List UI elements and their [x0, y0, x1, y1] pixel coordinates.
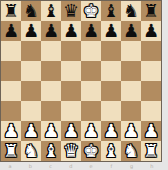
black-knight[interactable]: ♞ [23, 2, 39, 20]
square-g5[interactable] [121, 61, 141, 81]
chess-board-area: ♜♞♝♛♚♝♞♜♟♟♟♟♟♟♟♟♟♟♟♟♟♟♟♟♜♞♝♛♚♝♞♜ abcdefg… [0, 0, 162, 162]
square-c5[interactable] [41, 61, 61, 81]
square-d2[interactable]: ♟ [61, 121, 81, 141]
file-label-h: h [142, 162, 162, 170]
square-g3[interactable] [121, 101, 141, 121]
white-rook[interactable]: ♜ [143, 142, 159, 160]
black-pawn[interactable]: ♟ [23, 22, 39, 40]
square-e5[interactable] [81, 61, 101, 81]
black-pawn[interactable]: ♟ [3, 22, 19, 40]
white-pawn[interactable]: ♟ [3, 122, 19, 140]
square-f6[interactable] [101, 41, 121, 61]
square-d7[interactable]: ♟ [61, 21, 81, 41]
black-queen[interactable]: ♛ [63, 2, 79, 20]
square-g6[interactable] [121, 41, 141, 61]
square-h3[interactable] [141, 101, 161, 121]
black-bishop[interactable]: ♝ [103, 2, 119, 20]
square-a5[interactable] [1, 61, 21, 81]
black-pawn[interactable]: ♟ [103, 22, 119, 40]
square-c8[interactable]: ♝ [41, 1, 61, 21]
square-e8[interactable]: ♚ [81, 1, 101, 21]
square-e3[interactable] [81, 101, 101, 121]
file-label-f: f [101, 162, 121, 170]
square-a2[interactable]: ♟ [1, 121, 21, 141]
square-d4[interactable] [61, 81, 81, 101]
square-b7[interactable]: ♟ [21, 21, 41, 41]
square-c4[interactable] [41, 81, 61, 101]
square-a3[interactable] [1, 101, 21, 121]
square-f5[interactable] [101, 61, 121, 81]
square-b4[interactable] [21, 81, 41, 101]
white-pawn[interactable]: ♟ [123, 122, 139, 140]
square-b3[interactable] [21, 101, 41, 121]
square-e7[interactable]: ♟ [81, 21, 101, 41]
square-e2[interactable]: ♟ [81, 121, 101, 141]
square-a1[interactable]: ♜ [1, 141, 21, 161]
square-c1[interactable]: ♝ [41, 141, 61, 161]
square-f2[interactable]: ♟ [101, 121, 121, 141]
black-pawn[interactable]: ♟ [83, 22, 99, 40]
white-pawn[interactable]: ♟ [143, 122, 159, 140]
square-h2[interactable]: ♟ [141, 121, 161, 141]
square-g7[interactable]: ♟ [121, 21, 141, 41]
square-a7[interactable]: ♟ [1, 21, 21, 41]
square-d6[interactable] [61, 41, 81, 61]
square-c7[interactable]: ♟ [41, 21, 61, 41]
square-h5[interactable] [141, 61, 161, 81]
square-h1[interactable]: ♜ [141, 141, 161, 161]
white-knight[interactable]: ♞ [23, 142, 39, 160]
square-e6[interactable] [81, 41, 101, 61]
black-pawn[interactable]: ♟ [123, 22, 139, 40]
white-pawn[interactable]: ♟ [43, 122, 59, 140]
chess-board: ♜♞♝♛♚♝♞♜♟♟♟♟♟♟♟♟♟♟♟♟♟♟♟♟♜♞♝♛♚♝♞♜ [0, 0, 162, 162]
square-g4[interactable] [121, 81, 141, 101]
white-king[interactable]: ♚ [83, 142, 99, 160]
square-f1[interactable]: ♝ [101, 141, 121, 161]
white-bishop[interactable]: ♝ [103, 142, 119, 160]
white-pawn[interactable]: ♟ [83, 122, 99, 140]
white-pawn[interactable]: ♟ [103, 122, 119, 140]
white-bishop[interactable]: ♝ [43, 142, 59, 160]
square-g1[interactable]: ♞ [121, 141, 141, 161]
square-e1[interactable]: ♚ [81, 141, 101, 161]
square-f4[interactable] [101, 81, 121, 101]
square-b8[interactable]: ♞ [21, 1, 41, 21]
black-bishop[interactable]: ♝ [43, 2, 59, 20]
black-rook[interactable]: ♜ [3, 2, 19, 20]
square-b6[interactable] [21, 41, 41, 61]
black-pawn[interactable]: ♟ [43, 22, 59, 40]
square-b1[interactable]: ♞ [21, 141, 41, 161]
white-pawn[interactable]: ♟ [23, 122, 39, 140]
file-label-b: b [20, 162, 40, 170]
square-a6[interactable] [1, 41, 21, 61]
square-d8[interactable]: ♛ [61, 1, 81, 21]
white-pawn[interactable]: ♟ [63, 122, 79, 140]
square-h6[interactable] [141, 41, 161, 61]
square-h4[interactable] [141, 81, 161, 101]
black-king[interactable]: ♚ [83, 2, 99, 20]
square-e4[interactable] [81, 81, 101, 101]
square-g2[interactable]: ♟ [121, 121, 141, 141]
square-d1[interactable]: ♛ [61, 141, 81, 161]
square-f3[interactable] [101, 101, 121, 121]
square-c6[interactable] [41, 41, 61, 61]
square-h7[interactable]: ♟ [141, 21, 161, 41]
square-g8[interactable]: ♞ [121, 1, 141, 21]
file-label-e: e [81, 162, 101, 170]
square-a8[interactable]: ♜ [1, 1, 21, 21]
square-b5[interactable] [21, 61, 41, 81]
square-b2[interactable]: ♟ [21, 121, 41, 141]
file-labels: abcdefgh [0, 162, 162, 170]
black-knight[interactable]: ♞ [123, 2, 139, 20]
square-d3[interactable] [61, 101, 81, 121]
square-c2[interactable]: ♟ [41, 121, 61, 141]
black-pawn[interactable]: ♟ [143, 22, 159, 40]
file-label-g: g [122, 162, 142, 170]
square-h8[interactable]: ♜ [141, 1, 161, 21]
file-label-c: c [41, 162, 61, 170]
black-rook[interactable]: ♜ [143, 2, 159, 20]
file-label-a: a [0, 162, 20, 170]
square-a4[interactable] [1, 81, 21, 101]
square-c3[interactable] [41, 101, 61, 121]
white-knight[interactable]: ♞ [123, 142, 139, 160]
white-queen[interactable]: ♛ [63, 142, 79, 160]
square-f7[interactable]: ♟ [101, 21, 121, 41]
black-pawn[interactable]: ♟ [63, 22, 79, 40]
square-d5[interactable] [61, 61, 81, 81]
white-rook[interactable]: ♜ [3, 142, 19, 160]
file-label-d: d [61, 162, 81, 170]
square-f8[interactable]: ♝ [101, 1, 121, 21]
